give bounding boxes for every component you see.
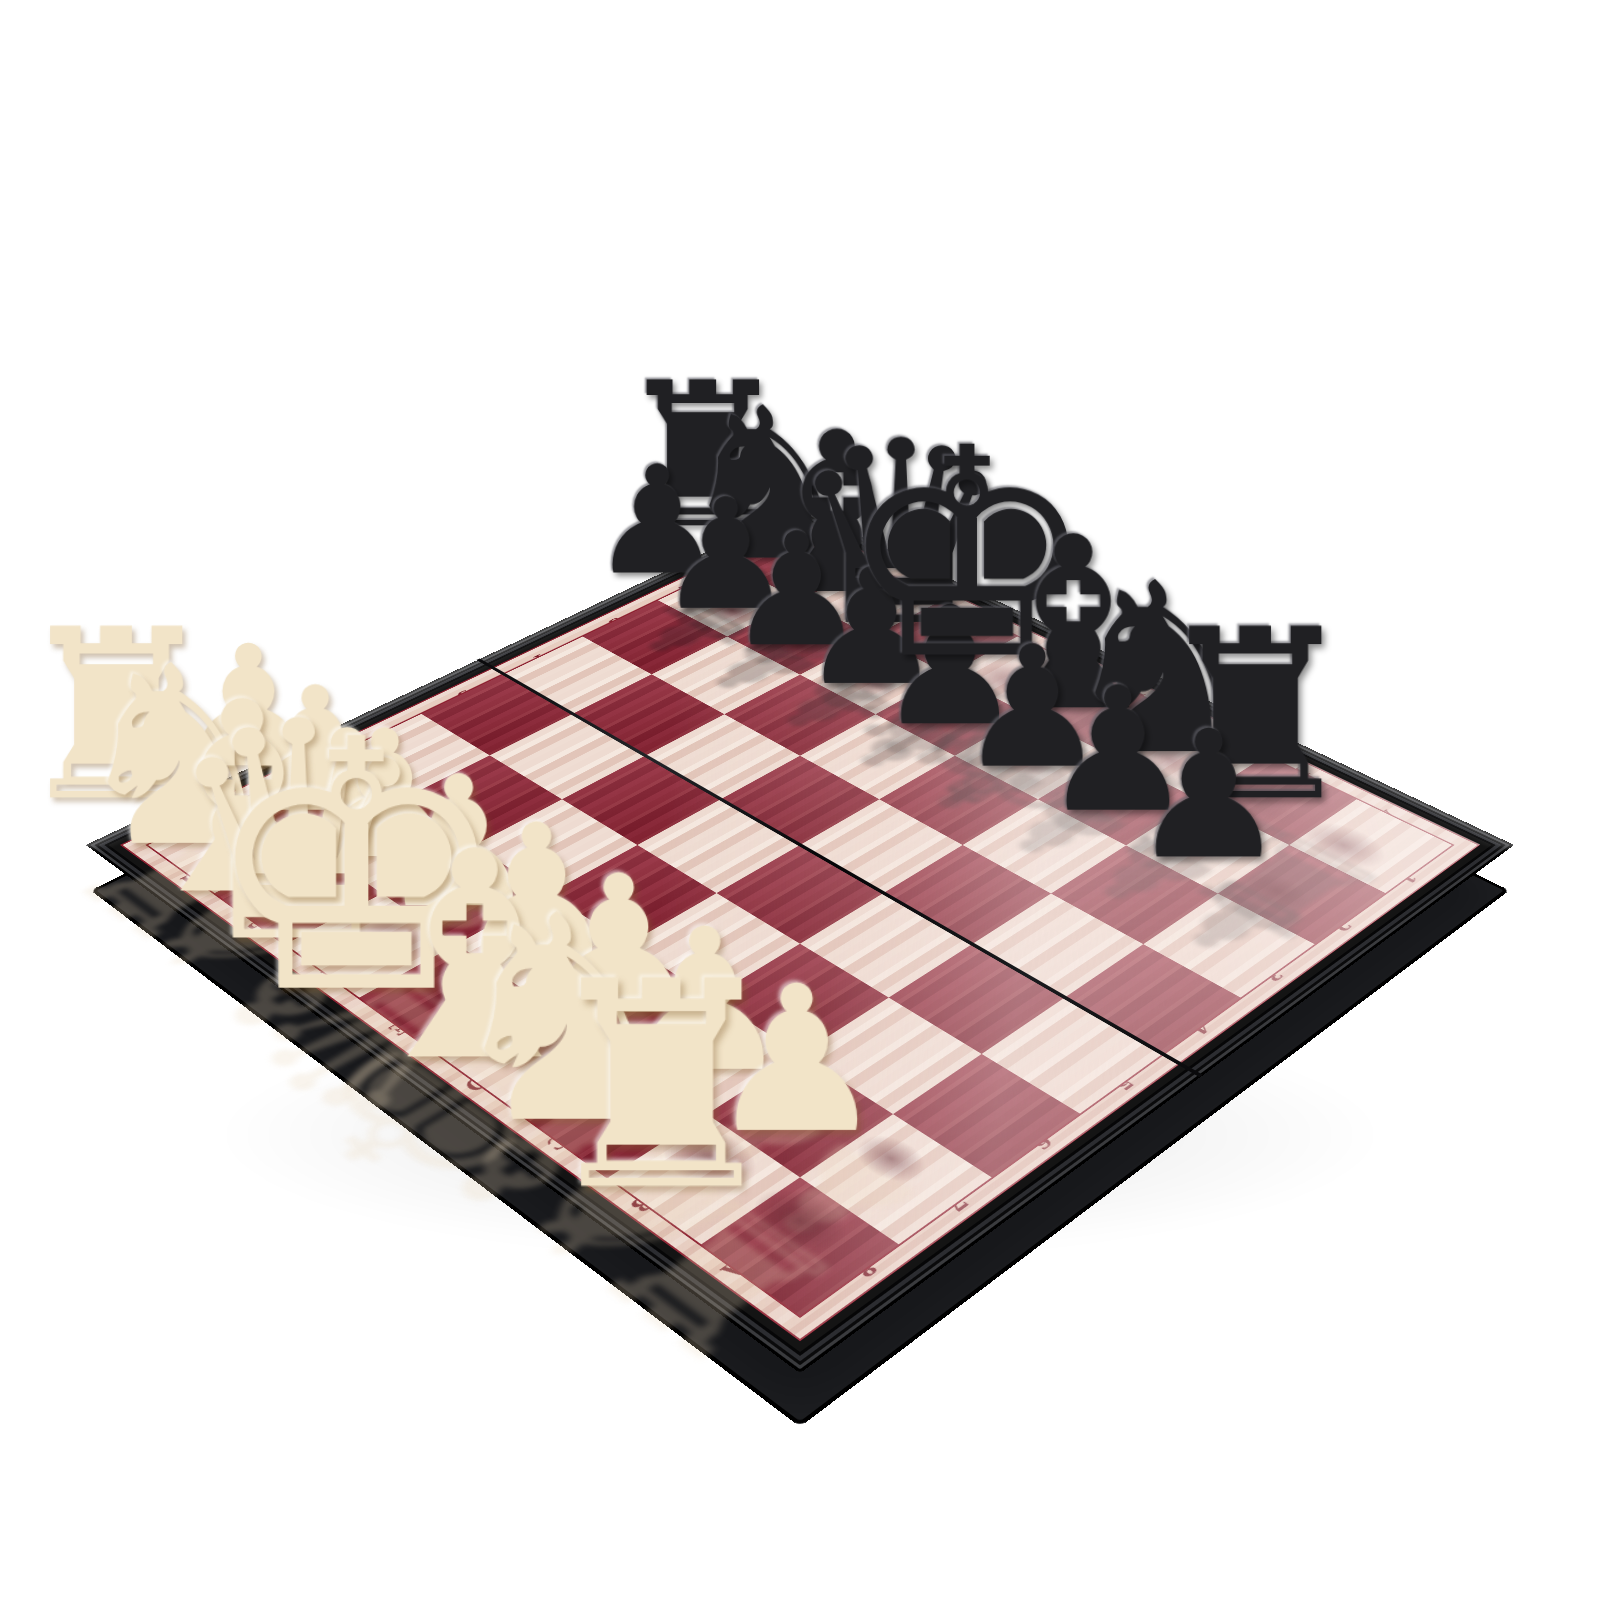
white-rook-glyph: ♜ [534, 945, 790, 1230]
chess-board: MADE IN CHINA HH11GG22FF33EE44DD55CC66BB… [86, 508, 1514, 1374]
scene: MADE IN CHINA HH11GG22FF33EE44DD55CC66BB… [0, 0, 1600, 1600]
black-pawn-glyph: ♟ [1130, 708, 1288, 884]
product-photo: MADE IN CHINA HH11GG22FF33EE44DD55CC66BB… [0, 0, 1600, 1600]
